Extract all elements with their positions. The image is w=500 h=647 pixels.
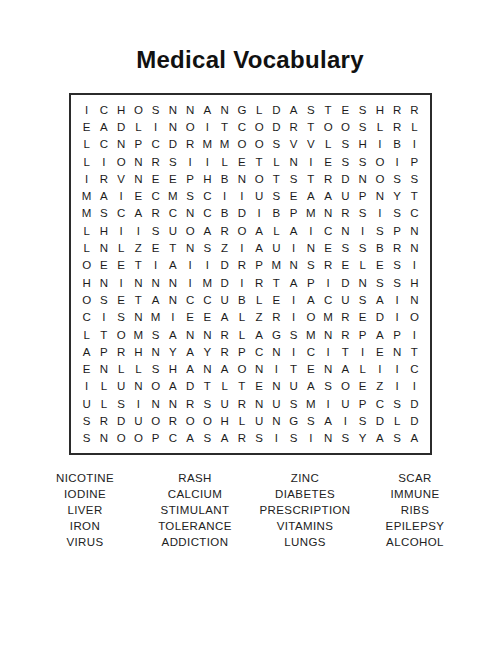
grid-cell-r11c10[interactable]: I	[233, 274, 250, 291]
grid-cell-r15c2[interactable]: P	[95, 343, 112, 360]
grid-cell-r19c6[interactable]: R	[164, 412, 181, 429]
grid-cell-r4c2[interactable]: I	[95, 153, 112, 170]
grid-cell-r13c1[interactable]: C	[78, 309, 95, 326]
grid-cell-r10c14[interactable]: S	[302, 257, 319, 274]
grid-cell-r4c9[interactable]: L	[216, 153, 233, 170]
grid-cell-r15c9[interactable]: R	[216, 343, 233, 360]
grid-cell-r14c14[interactable]: M	[302, 326, 319, 343]
grid-cell-r6c5[interactable]: C	[147, 187, 164, 204]
grid-cell-r1c14[interactable]: S	[302, 101, 319, 118]
grid-cell-r14c1[interactable]: L	[78, 326, 95, 343]
grid-cell-r11c13[interactable]: A	[285, 274, 302, 291]
grid-cell-r13c13[interactable]: I	[285, 309, 302, 326]
grid-cell-r11c9[interactable]: D	[216, 274, 233, 291]
grid-cell-r10c10[interactable]: R	[233, 257, 250, 274]
grid-cell-r4c15[interactable]: E	[320, 153, 337, 170]
grid-cell-r9c1[interactable]: L	[78, 239, 95, 256]
grid-cell-r15c16[interactable]: T	[337, 343, 354, 360]
grid-cell-r12c1[interactable]: O	[78, 291, 95, 308]
grid-cell-r14c6[interactable]: A	[164, 326, 181, 343]
grid-cell-r18c14[interactable]: M	[302, 395, 319, 412]
grid-cell-r20c16[interactable]: S	[337, 430, 354, 447]
grid-cell-r2c11[interactable]: O	[251, 118, 268, 135]
grid-cell-r6c2[interactable]: A	[95, 187, 112, 204]
grid-cell-r19c10[interactable]: L	[233, 412, 250, 429]
grid-cell-r17c6[interactable]: A	[164, 378, 181, 395]
grid-cell-r19c17[interactable]: S	[354, 412, 371, 429]
grid-cell-r19c14[interactable]: S	[302, 412, 319, 429]
grid-cell-r15c6[interactable]: Y	[164, 343, 181, 360]
grid-cell-r1c6[interactable]: N	[164, 101, 181, 118]
grid-cell-r20c7[interactable]: A	[182, 430, 199, 447]
grid-cell-r5c15[interactable]: R	[320, 170, 337, 187]
grid-cell-r6c11[interactable]: U	[251, 187, 268, 204]
grid-cell-r2c19[interactable]: R	[389, 118, 406, 135]
grid-cell-r14c5[interactable]: S	[147, 326, 164, 343]
grid-cell-r14c8[interactable]: N	[199, 326, 216, 343]
grid-cell-r13c17[interactable]: E	[354, 309, 371, 326]
grid-cell-r15c4[interactable]: H	[130, 343, 147, 360]
grid-cell-r8c10[interactable]: O	[233, 222, 250, 239]
grid-cell-r16c19[interactable]: I	[389, 360, 406, 377]
grid-cell-r13c16[interactable]: R	[337, 309, 354, 326]
grid-cell-r4c12[interactable]: L	[268, 153, 285, 170]
grid-cell-r20c3[interactable]: O	[113, 430, 130, 447]
grid-cell-r18c4[interactable]: I	[130, 395, 147, 412]
grid-cell-r9c19[interactable]: R	[389, 239, 406, 256]
grid-cell-r17c13[interactable]: U	[285, 378, 302, 395]
grid-cell-r7c11[interactable]: I	[251, 205, 268, 222]
grid-cell-r11c6[interactable]: N	[164, 274, 181, 291]
grid-cell-r17c1[interactable]: I	[78, 378, 95, 395]
grid-cell-r10c12[interactable]: M	[268, 257, 285, 274]
grid-cell-r4c13[interactable]: N	[285, 153, 302, 170]
grid-cell-r16c16[interactable]: A	[337, 360, 354, 377]
grid-cell-r7c4[interactable]: A	[130, 205, 147, 222]
grid-cell-r1c8[interactable]: A	[199, 101, 216, 118]
grid-cell-r9c11[interactable]: A	[251, 239, 268, 256]
grid-cell-r1c3[interactable]: H	[113, 101, 130, 118]
grid-cell-r9c13[interactable]: I	[285, 239, 302, 256]
grid-cell-r16c9[interactable]: A	[216, 360, 233, 377]
grid-cell-r9c16[interactable]: S	[337, 239, 354, 256]
grid-cell-r18c18[interactable]: C	[371, 395, 388, 412]
grid-cell-r9c5[interactable]: E	[147, 239, 164, 256]
grid-cell-r3c6[interactable]: D	[164, 136, 181, 153]
grid-cell-r12c11[interactable]: L	[251, 291, 268, 308]
grid-cell-r12c3[interactable]: E	[113, 291, 130, 308]
grid-cell-r9c12[interactable]: U	[268, 239, 285, 256]
grid-cell-r15c20[interactable]: T	[406, 343, 423, 360]
grid-cell-r20c12[interactable]: I	[268, 430, 285, 447]
grid-cell-r18c17[interactable]: P	[354, 395, 371, 412]
grid-cell-r19c9[interactable]: H	[216, 412, 233, 429]
grid-cell-r20c13[interactable]: S	[285, 430, 302, 447]
grid-cell-r15c7[interactable]: A	[182, 343, 199, 360]
grid-cell-r3c16[interactable]: S	[337, 136, 354, 153]
grid-cell-r15c11[interactable]: C	[251, 343, 268, 360]
grid-cell-r3c15[interactable]: L	[320, 136, 337, 153]
grid-cell-r10c8[interactable]: I	[199, 257, 216, 274]
grid-cell-r17c7[interactable]: D	[182, 378, 199, 395]
grid-cell-r16c13[interactable]: T	[285, 360, 302, 377]
grid-cell-r7c7[interactable]: N	[182, 205, 199, 222]
grid-cell-r4c3[interactable]: O	[113, 153, 130, 170]
grid-cell-r14c11[interactable]: A	[251, 326, 268, 343]
grid-cell-r14c17[interactable]: P	[354, 326, 371, 343]
grid-cell-r13c7[interactable]: E	[182, 309, 199, 326]
grid-cell-r5c12[interactable]: T	[268, 170, 285, 187]
grid-cell-r13c12[interactable]: R	[268, 309, 285, 326]
grid-cell-r3c12[interactable]: S	[268, 136, 285, 153]
grid-cell-r11c15[interactable]: I	[320, 274, 337, 291]
grid-cell-r13c18[interactable]: D	[371, 309, 388, 326]
grid-cell-r13c15[interactable]: M	[320, 309, 337, 326]
grid-cell-r8c9[interactable]: R	[216, 222, 233, 239]
grid-cell-r8c4[interactable]: I	[130, 222, 147, 239]
grid-cell-r5c10[interactable]: N	[233, 170, 250, 187]
grid-cell-r16c11[interactable]: N	[251, 360, 268, 377]
grid-cell-r9c15[interactable]: E	[320, 239, 337, 256]
grid-cell-r2c7[interactable]: O	[182, 118, 199, 135]
grid-cell-r7c3[interactable]: C	[113, 205, 130, 222]
grid-cell-r1c17[interactable]: S	[354, 101, 371, 118]
grid-cell-r8c7[interactable]: O	[182, 222, 199, 239]
grid-cell-r17c19[interactable]: I	[389, 378, 406, 395]
grid-cell-r1c7[interactable]: N	[182, 101, 199, 118]
grid-cell-r8c19[interactable]: P	[389, 222, 406, 239]
grid-cell-r1c12[interactable]: D	[268, 101, 285, 118]
grid-cell-r14c18[interactable]: A	[371, 326, 388, 343]
grid-cell-r13c20[interactable]: O	[406, 309, 423, 326]
grid-cell-r11c11[interactable]: R	[251, 274, 268, 291]
grid-cell-r10c19[interactable]: S	[389, 257, 406, 274]
grid-cell-r8c3[interactable]: I	[113, 222, 130, 239]
grid-cell-r5c16[interactable]: D	[337, 170, 354, 187]
grid-cell-r5c7[interactable]: P	[182, 170, 199, 187]
grid-cell-r4c11[interactable]: T	[251, 153, 268, 170]
grid-cell-r12c15[interactable]: C	[320, 291, 337, 308]
grid-cell-r11c18[interactable]: S	[371, 274, 388, 291]
grid-cell-r16c3[interactable]: L	[113, 360, 130, 377]
grid-cell-r5c14[interactable]: T	[302, 170, 319, 187]
grid-cell-r4c10[interactable]: E	[233, 153, 250, 170]
grid-cell-r2c16[interactable]: O	[337, 118, 354, 135]
grid-cell-r20c20[interactable]: A	[406, 430, 423, 447]
grid-cell-r3c13[interactable]: V	[285, 136, 302, 153]
grid-cell-r18c16[interactable]: U	[337, 395, 354, 412]
grid-cell-r17c2[interactable]: L	[95, 378, 112, 395]
grid-cell-r19c11[interactable]: U	[251, 412, 268, 429]
grid-cell-r7c20[interactable]: C	[406, 205, 423, 222]
grid-cell-r10c13[interactable]: N	[285, 257, 302, 274]
grid-cell-r17c8[interactable]: T	[199, 378, 216, 395]
grid-cell-r3c1[interactable]: L	[78, 136, 95, 153]
grid-cell-r5c19[interactable]: S	[389, 170, 406, 187]
grid-cell-r20c17[interactable]: Y	[354, 430, 371, 447]
grid-cell-r11c14[interactable]: P	[302, 274, 319, 291]
grid-cell-r16c18[interactable]: I	[371, 360, 388, 377]
grid-cell-r6c7[interactable]: S	[182, 187, 199, 204]
grid-cell-r15c15[interactable]: I	[320, 343, 337, 360]
grid-cell-r13c14[interactable]: O	[302, 309, 319, 326]
grid-cell-r5c20[interactable]: S	[406, 170, 423, 187]
grid-cell-r16c2[interactable]: N	[95, 360, 112, 377]
grid-cell-r8c18[interactable]: S	[371, 222, 388, 239]
grid-cell-r8c16[interactable]: N	[337, 222, 354, 239]
grid-cell-r10c16[interactable]: E	[337, 257, 354, 274]
grid-cell-r19c13[interactable]: G	[285, 412, 302, 429]
grid-cell-r17c16[interactable]: O	[337, 378, 354, 395]
grid-cell-r19c2[interactable]: R	[95, 412, 112, 429]
grid-cell-r7c2[interactable]: S	[95, 205, 112, 222]
grid-cell-r2c10[interactable]: C	[233, 118, 250, 135]
grid-cell-r15c12[interactable]: N	[268, 343, 285, 360]
grid-cell-r13c11[interactable]: Z	[251, 309, 268, 326]
grid-cell-r6c10[interactable]: I	[233, 187, 250, 204]
grid-cell-r2c14[interactable]: T	[302, 118, 319, 135]
grid-cell-r9c18[interactable]: B	[371, 239, 388, 256]
grid-cell-r11c3[interactable]: I	[113, 274, 130, 291]
grid-cell-r10c3[interactable]: E	[113, 257, 130, 274]
grid-cell-r19c15[interactable]: A	[320, 412, 337, 429]
grid-cell-r11c19[interactable]: S	[389, 274, 406, 291]
grid-cell-r11c1[interactable]: H	[78, 274, 95, 291]
grid-cell-r6c20[interactable]: T	[406, 187, 423, 204]
grid-cell-r19c19[interactable]: L	[389, 412, 406, 429]
grid-cell-r18c9[interactable]: U	[216, 395, 233, 412]
grid-cell-r6c19[interactable]: Y	[389, 187, 406, 204]
grid-cell-r1c4[interactable]: O	[130, 101, 147, 118]
grid-cell-r19c3[interactable]: D	[113, 412, 130, 429]
grid-cell-r11c2[interactable]: N	[95, 274, 112, 291]
grid-cell-r5c6[interactable]: E	[164, 170, 181, 187]
grid-cell-r5c17[interactable]: N	[354, 170, 371, 187]
grid-cell-r1c5[interactable]: S	[147, 101, 164, 118]
grid-cell-r12c13[interactable]: I	[285, 291, 302, 308]
grid-cell-r3c20[interactable]: I	[406, 136, 423, 153]
grid-cell-r18c20[interactable]: D	[406, 395, 423, 412]
grid-cell-r10c7[interactable]: I	[182, 257, 199, 274]
grid-cell-r7c12[interactable]: B	[268, 205, 285, 222]
grid-cell-r10c11[interactable]: P	[251, 257, 268, 274]
grid-cell-r12c6[interactable]: N	[164, 291, 181, 308]
grid-cell-r5c1[interactable]: I	[78, 170, 95, 187]
grid-cell-r5c4[interactable]: N	[130, 170, 147, 187]
grid-cell-r4c4[interactable]: N	[130, 153, 147, 170]
grid-cell-r20c18[interactable]: A	[371, 430, 388, 447]
grid-cell-r8c14[interactable]: I	[302, 222, 319, 239]
grid-cell-r1c16[interactable]: E	[337, 101, 354, 118]
grid-cell-r2c5[interactable]: I	[147, 118, 164, 135]
grid-cell-r3c8[interactable]: M	[199, 136, 216, 153]
grid-cell-r17c5[interactable]: O	[147, 378, 164, 395]
grid-cell-r9c14[interactable]: N	[302, 239, 319, 256]
grid-cell-r11c12[interactable]: T	[268, 274, 285, 291]
grid-cell-r3c10[interactable]: O	[233, 136, 250, 153]
grid-cell-r1c2[interactable]: C	[95, 101, 112, 118]
grid-cell-r20c19[interactable]: S	[389, 430, 406, 447]
grid-cell-r6c1[interactable]: M	[78, 187, 95, 204]
grid-cell-r12c14[interactable]: A	[302, 291, 319, 308]
grid-cell-r11c20[interactable]: H	[406, 274, 423, 291]
grid-cell-r13c3[interactable]: S	[113, 309, 130, 326]
grid-cell-r1c10[interactable]: G	[233, 101, 250, 118]
grid-cell-r6c17[interactable]: P	[354, 187, 371, 204]
grid-cell-r14c2[interactable]: T	[95, 326, 112, 343]
grid-cell-r7c15[interactable]: N	[320, 205, 337, 222]
grid-cell-r10c9[interactable]: D	[216, 257, 233, 274]
grid-cell-r6c6[interactable]: M	[164, 187, 181, 204]
grid-cell-r10c1[interactable]: O	[78, 257, 95, 274]
grid-cell-r3c2[interactable]: C	[95, 136, 112, 153]
grid-cell-r14c13[interactable]: S	[285, 326, 302, 343]
grid-cell-r11c5[interactable]: N	[147, 274, 164, 291]
grid-cell-r1c11[interactable]: L	[251, 101, 268, 118]
grid-cell-r16c20[interactable]: C	[406, 360, 423, 377]
grid-cell-r2c6[interactable]: N	[164, 118, 181, 135]
grid-cell-r17c17[interactable]: E	[354, 378, 371, 395]
grid-cell-r9c3[interactable]: L	[113, 239, 130, 256]
grid-cell-r17c11[interactable]: E	[251, 378, 268, 395]
grid-cell-r12c17[interactable]: S	[354, 291, 371, 308]
grid-cell-r7c17[interactable]: S	[354, 205, 371, 222]
grid-cell-r4c5[interactable]: R	[147, 153, 164, 170]
grid-cell-r10c6[interactable]: A	[164, 257, 181, 274]
grid-cell-r11c8[interactable]: M	[199, 274, 216, 291]
grid-cell-r20c1[interactable]: S	[78, 430, 95, 447]
grid-cell-r13c2[interactable]: I	[95, 309, 112, 326]
grid-cell-r12c20[interactable]: N	[406, 291, 423, 308]
grid-cell-r13c4[interactable]: N	[130, 309, 147, 326]
grid-cell-r1c20[interactable]: R	[406, 101, 423, 118]
grid-cell-r12c9[interactable]: U	[216, 291, 233, 308]
grid-cell-r18c10[interactable]: R	[233, 395, 250, 412]
grid-cell-r15c18[interactable]: E	[371, 343, 388, 360]
grid-cell-r10c2[interactable]: E	[95, 257, 112, 274]
grid-cell-r4c18[interactable]: O	[371, 153, 388, 170]
grid-cell-r18c5[interactable]: N	[147, 395, 164, 412]
grid-cell-r14c19[interactable]: P	[389, 326, 406, 343]
grid-cell-r7c14[interactable]: M	[302, 205, 319, 222]
grid-cell-r5c9[interactable]: B	[216, 170, 233, 187]
grid-cell-r20c8[interactable]: S	[199, 430, 216, 447]
grid-cell-r13c5[interactable]: M	[147, 309, 164, 326]
grid-cell-r18c2[interactable]: L	[95, 395, 112, 412]
grid-cell-r19c18[interactable]: D	[371, 412, 388, 429]
grid-cell-r10c5[interactable]: I	[147, 257, 164, 274]
grid-cell-r9c6[interactable]: T	[164, 239, 181, 256]
grid-cell-r2c15[interactable]: O	[320, 118, 337, 135]
grid-cell-r10c17[interactable]: L	[354, 257, 371, 274]
grid-cell-r13c6[interactable]: I	[164, 309, 181, 326]
grid-cell-r2c8[interactable]: I	[199, 118, 216, 135]
grid-cell-r6c8[interactable]: C	[199, 187, 216, 204]
grid-cell-r3c18[interactable]: I	[371, 136, 388, 153]
grid-cell-r6c18[interactable]: N	[371, 187, 388, 204]
grid-cell-r17c4[interactable]: N	[130, 378, 147, 395]
grid-cell-r8c5[interactable]: S	[147, 222, 164, 239]
grid-cell-r19c8[interactable]: O	[199, 412, 216, 429]
grid-cell-r14c15[interactable]: N	[320, 326, 337, 343]
grid-cell-r10c15[interactable]: R	[320, 257, 337, 274]
grid-cell-r17c14[interactable]: A	[302, 378, 319, 395]
grid-cell-r9c2[interactable]: N	[95, 239, 112, 256]
grid-cell-r13c19[interactable]: I	[389, 309, 406, 326]
grid-cell-r17c12[interactable]: N	[268, 378, 285, 395]
grid-cell-r6c3[interactable]: I	[113, 187, 130, 204]
grid-cell-r2c3[interactable]: D	[113, 118, 130, 135]
grid-cell-r1c15[interactable]: T	[320, 101, 337, 118]
grid-cell-r5c3[interactable]: V	[113, 170, 130, 187]
grid-cell-r7c9[interactable]: B	[216, 205, 233, 222]
grid-cell-r6c13[interactable]: E	[285, 187, 302, 204]
grid-cell-r4c16[interactable]: S	[337, 153, 354, 170]
grid-cell-r15c13[interactable]: I	[285, 343, 302, 360]
grid-cell-r15c10[interactable]: P	[233, 343, 250, 360]
grid-cell-r10c20[interactable]: I	[406, 257, 423, 274]
grid-cell-r4c7[interactable]: I	[182, 153, 199, 170]
grid-cell-r13c10[interactable]: L	[233, 309, 250, 326]
grid-cell-r6c16[interactable]: U	[337, 187, 354, 204]
grid-cell-r18c13[interactable]: S	[285, 395, 302, 412]
grid-cell-r9c4[interactable]: Z	[130, 239, 147, 256]
grid-cell-r12c7[interactable]: C	[182, 291, 199, 308]
grid-cell-r18c1[interactable]: U	[78, 395, 95, 412]
grid-cell-r7c5[interactable]: R	[147, 205, 164, 222]
grid-cell-r15c8[interactable]: Y	[199, 343, 216, 360]
grid-cell-r17c20[interactable]: I	[406, 378, 423, 395]
grid-cell-r17c10[interactable]: T	[233, 378, 250, 395]
grid-cell-r7c1[interactable]: M	[78, 205, 95, 222]
grid-cell-r1c13[interactable]: A	[285, 101, 302, 118]
grid-cell-r20c15[interactable]: N	[320, 430, 337, 447]
grid-cell-r16c12[interactable]: I	[268, 360, 285, 377]
grid-cell-r20c14[interactable]: I	[302, 430, 319, 447]
grid-cell-r9c7[interactable]: N	[182, 239, 199, 256]
grid-cell-r16c14[interactable]: E	[302, 360, 319, 377]
grid-cell-r18c7[interactable]: R	[182, 395, 199, 412]
grid-cell-r19c1[interactable]: S	[78, 412, 95, 429]
grid-cell-r2c4[interactable]: L	[130, 118, 147, 135]
grid-cell-r17c18[interactable]: Z	[371, 378, 388, 395]
grid-cell-r11c17[interactable]: N	[354, 274, 371, 291]
grid-cell-r12c4[interactable]: T	[130, 291, 147, 308]
grid-cell-r12c2[interactable]: S	[95, 291, 112, 308]
grid-cell-r16c1[interactable]: E	[78, 360, 95, 377]
grid-cell-r2c18[interactable]: L	[371, 118, 388, 135]
grid-cell-r9c9[interactable]: Z	[216, 239, 233, 256]
grid-cell-r10c4[interactable]: T	[130, 257, 147, 274]
grid-cell-r9c17[interactable]: S	[354, 239, 371, 256]
grid-cell-r4c8[interactable]: I	[199, 153, 216, 170]
grid-cell-r8c11[interactable]: A	[251, 222, 268, 239]
grid-cell-r8c15[interactable]: C	[320, 222, 337, 239]
grid-cell-r6c9[interactable]: I	[216, 187, 233, 204]
grid-cell-r5c18[interactable]: O	[371, 170, 388, 187]
grid-cell-r6c15[interactable]: A	[320, 187, 337, 204]
grid-cell-r15c17[interactable]: I	[354, 343, 371, 360]
grid-cell-r3c11[interactable]: O	[251, 136, 268, 153]
grid-cell-r2c17[interactable]: S	[354, 118, 371, 135]
grid-cell-r1c19[interactable]: R	[389, 101, 406, 118]
grid-cell-r7c6[interactable]: C	[164, 205, 181, 222]
grid-cell-r18c15[interactable]: I	[320, 395, 337, 412]
grid-cell-r8c13[interactable]: A	[285, 222, 302, 239]
grid-cell-r9c20[interactable]: N	[406, 239, 423, 256]
grid-cell-r20c4[interactable]: O	[130, 430, 147, 447]
grid-cell-r4c20[interactable]: P	[406, 153, 423, 170]
